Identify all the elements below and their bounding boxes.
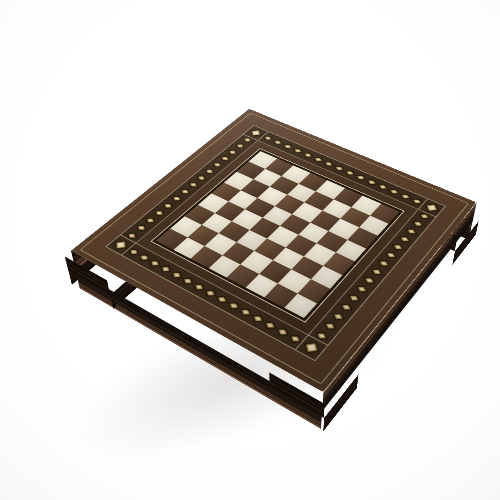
inlay-diamond [321,159,336,168]
inlay-diamond [375,182,391,192]
inlay-diamond [342,168,357,177]
inlay-diamond [311,155,326,164]
inlay-diamond [273,325,292,339]
inlay-diamond [353,283,371,296]
inlay-diamond [398,192,414,202]
inlay-diamond [332,164,347,173]
inlay-diamond [270,138,285,147]
inlay-diamond [301,151,316,160]
inlay-diamond [321,319,339,333]
board-top [71,109,477,393]
inlay-diamond [397,234,414,245]
inlay-diamond [386,187,402,197]
inlay-diamond [225,299,243,312]
inlay-diamond [299,338,324,358]
inlay-diamond [390,241,407,252]
chess-board-3d [75,127,472,411]
inlay-diamond [261,318,280,332]
inlay-diamond [364,177,379,187]
inlay-diamond [421,201,442,215]
product-photo [0,0,500,500]
inlay-diamond [410,218,426,229]
inlay-diamond [237,306,255,319]
inlay-diamond [246,127,265,138]
inlay-diamond [329,310,347,323]
inlay-diamond [213,293,231,306]
inlay-diamond [353,173,368,183]
inlay-diamond [361,274,378,286]
inlay-diamond [249,312,267,326]
scene [0,0,500,500]
inlay-diamond [337,301,355,314]
inlay-diamond [202,287,220,300]
inlay-diamond [290,146,305,155]
inlay-diamond [383,249,400,261]
inlay-diamond [190,281,208,294]
inlay-diamond [368,266,385,278]
inlay-diamond [375,258,392,270]
inlay-diamond [403,226,419,237]
inlay-diamond [280,142,295,151]
inlay-diamond [345,292,363,305]
